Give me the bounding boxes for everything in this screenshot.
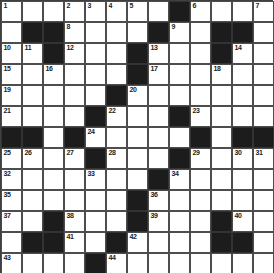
white-cell-r3c9[interactable] [190,64,211,85]
white-cell-r5c12[interactable] [253,106,274,127]
black-cell-r2c6 [127,43,148,64]
white-cell-r8c2[interactable] [43,169,64,190]
white-cell-r11c3[interactable]: 41 [64,232,85,253]
white-cell-r8c0[interactable]: 32 [1,169,22,190]
white-cell-r2c9[interactable] [190,43,211,64]
white-cell-r7c10[interactable] [211,148,232,169]
clue-number: 12 [67,44,74,52]
white-cell-r2c7[interactable]: 13 [148,43,169,64]
white-cell-r7c12[interactable]: 31 [253,148,274,169]
white-cell-r1c0[interactable] [1,22,22,43]
white-cell-r9c8[interactable] [169,190,190,211]
white-cell-r12c9[interactable] [190,253,211,273]
white-cell-r5c1[interactable] [22,106,43,127]
white-cell-r6c4[interactable]: 24 [85,127,106,148]
clue-number: 18 [214,65,221,73]
white-cell-r2c8[interactable] [169,43,190,64]
white-cell-r10c12[interactable] [253,211,274,232]
white-cell-r10c7[interactable]: 39 [148,211,169,232]
white-cell-r10c9[interactable] [190,211,211,232]
black-cell-r7c4 [85,148,106,169]
black-cell-r6c3 [64,127,85,148]
clue-number: 37 [4,212,11,220]
black-cell-r10c10 [211,211,232,232]
white-cell-r9c2[interactable] [43,190,64,211]
black-cell-r5c4 [85,106,106,127]
clue-number: 7 [256,2,260,10]
white-cell-r0c5[interactable]: 4 [106,1,127,22]
white-cell-r12c6[interactable] [127,253,148,273]
white-cell-r11c12[interactable] [253,232,274,253]
white-cell-r7c9[interactable]: 29 [190,148,211,169]
clue-number: 38 [67,212,74,220]
white-cell-r4c3[interactable] [64,85,85,106]
black-cell-r6c9 [190,127,211,148]
white-cell-r3c3[interactable] [64,64,85,85]
clue-number: 22 [109,107,116,115]
white-cell-r8c12[interactable] [253,169,274,190]
clue-number: 2 [67,2,71,10]
black-cell-r9c6 [127,190,148,211]
white-cell-r3c5[interactable] [106,64,127,85]
white-cell-r12c3[interactable] [64,253,85,273]
white-cell-r2c3[interactable]: 12 [64,43,85,64]
black-cell-r0c8 [169,1,190,22]
clue-number: 28 [109,149,116,157]
white-cell-r7c1[interactable]: 26 [22,148,43,169]
clue-number: 40 [235,212,242,220]
clue-number: 35 [4,191,11,199]
clue-number: 44 [109,254,116,262]
white-cell-r4c0[interactable]: 19 [1,85,22,106]
white-cell-r4c6[interactable]: 20 [127,85,148,106]
clue-number: 42 [130,233,137,241]
white-cell-r0c9[interactable]: 6 [190,1,211,22]
white-cell-r9c7[interactable]: 36 [148,190,169,211]
white-cell-r9c9[interactable] [190,190,211,211]
white-cell-r6c7[interactable] [148,127,169,148]
white-cell-r0c3[interactable]: 2 [64,1,85,22]
clue-number: 24 [88,128,95,136]
crossword-grid: 1234567891011121314151617181920212223242… [0,0,273,273]
white-cell-r0c12[interactable]: 7 [253,1,274,22]
white-cell-r0c1[interactable] [22,1,43,22]
white-cell-r8c11[interactable] [232,169,253,190]
black-cell-r11c2 [43,232,64,253]
white-cell-r4c11[interactable] [232,85,253,106]
white-cell-r12c8[interactable] [169,253,190,273]
white-cell-r8c5[interactable] [106,169,127,190]
white-cell-r9c10[interactable] [211,190,232,211]
black-cell-r1c2 [43,22,64,43]
white-cell-r8c9[interactable] [190,169,211,190]
white-cell-r3c8[interactable] [169,64,190,85]
white-cell-r8c8[interactable]: 34 [169,169,190,190]
white-cell-r3c0[interactable]: 15 [1,64,22,85]
white-cell-r9c3[interactable] [64,190,85,211]
clue-number: 36 [151,191,158,199]
white-cell-r2c1[interactable]: 11 [22,43,43,64]
clue-number: 43 [4,254,11,262]
white-cell-r3c1[interactable] [22,64,43,85]
black-cell-r12c4 [85,253,106,273]
white-cell-r0c0[interactable]: 1 [1,1,22,22]
white-cell-r12c10[interactable] [211,253,232,273]
clue-number: 21 [4,107,11,115]
clue-number: 26 [25,149,32,157]
white-cell-r5c5[interactable]: 22 [106,106,127,127]
white-cell-r2c0[interactable]: 10 [1,43,22,64]
clue-number: 27 [67,149,74,157]
white-cell-r0c10[interactable] [211,1,232,22]
clue-number: 8 [67,23,71,31]
white-cell-r10c0[interactable]: 37 [1,211,22,232]
white-cell-r9c12[interactable] [253,190,274,211]
white-cell-r0c2[interactable] [43,1,64,22]
white-cell-r10c11[interactable]: 40 [232,211,253,232]
white-cell-r8c3[interactable] [64,169,85,190]
white-cell-r11c4[interactable] [85,232,106,253]
white-cell-r0c7[interactable] [148,1,169,22]
white-cell-r9c5[interactable] [106,190,127,211]
white-cell-r3c7[interactable]: 17 [148,64,169,85]
clue-number: 34 [172,170,179,178]
black-cell-r11c10 [211,232,232,253]
white-cell-r0c11[interactable] [232,1,253,22]
white-cell-r2c5[interactable] [106,43,127,64]
white-cell-r8c10[interactable] [211,169,232,190]
black-cell-r3c6 [127,64,148,85]
white-cell-r12c0[interactable]: 43 [1,253,22,273]
clue-number: 23 [193,107,200,115]
white-cell-r5c10[interactable] [211,106,232,127]
clue-number: 33 [88,170,95,178]
white-cell-r11c9[interactable] [190,232,211,253]
black-cell-r1c11 [232,22,253,43]
white-cell-r9c11[interactable] [232,190,253,211]
white-cell-r1c3[interactable]: 8 [64,22,85,43]
clue-number: 11 [25,44,32,52]
black-cell-r6c11 [232,127,253,148]
white-cell-r10c1[interactable] [22,211,43,232]
clue-number: 41 [67,233,74,241]
white-cell-r9c0[interactable]: 35 [1,190,22,211]
white-cell-r12c1[interactable] [22,253,43,273]
black-cell-r1c1 [22,22,43,43]
clue-number: 29 [193,149,200,157]
white-cell-r5c2[interactable] [43,106,64,127]
white-cell-r11c6[interactable]: 42 [127,232,148,253]
white-cell-r8c4[interactable]: 33 [85,169,106,190]
black-cell-r5c8 [169,106,190,127]
white-cell-r10c5[interactable] [106,211,127,232]
white-cell-r7c5[interactable]: 28 [106,148,127,169]
white-cell-r4c4[interactable] [85,85,106,106]
black-cell-r11c1 [22,232,43,253]
clue-number: 19 [4,86,11,94]
white-cell-r4c9[interactable] [190,85,211,106]
white-cell-r3c10[interactable]: 18 [211,64,232,85]
white-cell-r4c10[interactable] [211,85,232,106]
white-cell-r6c5[interactable] [106,127,127,148]
white-cell-r7c11[interactable]: 30 [232,148,253,169]
white-cell-r12c5[interactable]: 44 [106,253,127,273]
white-cell-r12c7[interactable] [148,253,169,273]
white-cell-r3c11[interactable] [232,64,253,85]
white-cell-r12c12[interactable] [253,253,274,273]
clue-number: 3 [88,2,92,10]
white-cell-r6c2[interactable] [43,127,64,148]
black-cell-r10c6 [127,211,148,232]
black-cell-r8c7 [148,169,169,190]
white-cell-r11c8[interactable] [169,232,190,253]
black-cell-r10c2 [43,211,64,232]
white-cell-r7c2[interactable] [43,148,64,169]
white-cell-r5c7[interactable] [148,106,169,127]
black-cell-r7c8 [169,148,190,169]
clue-number: 15 [4,65,11,73]
white-cell-r10c8[interactable] [169,211,190,232]
white-cell-r7c6[interactable] [127,148,148,169]
black-cell-r2c2 [43,43,64,64]
white-cell-r11c7[interactable] [148,232,169,253]
clue-number: 4 [109,2,113,10]
white-cell-r2c4[interactable] [85,43,106,64]
clue-number: 16 [46,65,53,73]
white-cell-r1c9[interactable] [190,22,211,43]
clue-number: 31 [256,149,263,157]
black-cell-r11c11 [232,232,253,253]
clue-number: 10 [4,44,11,52]
clue-number: 25 [4,149,11,157]
clue-number: 6 [193,2,197,10]
clue-number: 1 [4,2,8,10]
white-cell-r8c6[interactable] [127,169,148,190]
black-cell-r11c5 [106,232,127,253]
black-cell-r4c5 [106,85,127,106]
white-cell-r6c10[interactable] [211,127,232,148]
white-cell-r8c1[interactable] [22,169,43,190]
white-cell-r10c3[interactable]: 38 [64,211,85,232]
clue-number: 14 [235,44,242,52]
white-cell-r12c2[interactable] [43,253,64,273]
clue-number: 13 [151,44,158,52]
white-cell-r3c12[interactable] [253,64,274,85]
white-cell-r7c7[interactable] [148,148,169,169]
white-cell-r4c2[interactable] [43,85,64,106]
white-cell-r4c8[interactable] [169,85,190,106]
white-cell-r9c1[interactable] [22,190,43,211]
white-cell-r10c4[interactable] [85,211,106,232]
black-cell-r1c7 [148,22,169,43]
clue-number: 5 [130,2,134,10]
white-cell-r6c6[interactable] [127,127,148,148]
clue-number: 30 [235,149,242,157]
white-cell-r5c11[interactable] [232,106,253,127]
white-cell-r3c2[interactable]: 16 [43,64,64,85]
white-cell-r4c1[interactable] [22,85,43,106]
white-cell-r1c5[interactable] [106,22,127,43]
white-cell-r1c8[interactable]: 9 [169,22,190,43]
black-cell-r6c0 [1,127,22,148]
black-cell-r6c1 [22,127,43,148]
clue-number: 32 [4,170,11,178]
black-cell-r1c10 [211,22,232,43]
black-cell-r6c12 [253,127,274,148]
white-cell-r5c6[interactable] [127,106,148,127]
white-cell-r4c7[interactable] [148,85,169,106]
black-cell-r2c10 [211,43,232,64]
white-cell-r1c12[interactable] [253,22,274,43]
clue-number: 17 [151,65,158,73]
white-cell-r4c12[interactable] [253,85,274,106]
white-cell-r6c8[interactable] [169,127,190,148]
white-cell-r12c11[interactable] [232,253,253,273]
white-cell-r2c11[interactable]: 14 [232,43,253,64]
white-cell-r5c3[interactable] [64,106,85,127]
crossword-puzzle: 1234567891011121314151617181920212223242… [0,0,273,273]
white-cell-r3c4[interactable] [85,64,106,85]
white-cell-r0c4[interactable]: 3 [85,1,106,22]
white-cell-r7c3[interactable]: 27 [64,148,85,169]
white-cell-r11c0[interactable] [1,232,22,253]
white-cell-r5c9[interactable]: 23 [190,106,211,127]
white-cell-r9c4[interactable] [85,190,106,211]
clue-number: 9 [172,23,176,31]
white-cell-r1c6[interactable] [127,22,148,43]
white-cell-r2c12[interactable] [253,43,274,64]
white-cell-r7c0[interactable]: 25 [1,148,22,169]
clue-number: 20 [130,86,137,94]
white-cell-r5c0[interactable]: 21 [1,106,22,127]
white-cell-r0c6[interactable]: 5 [127,1,148,22]
white-cell-r1c4[interactable] [85,22,106,43]
clue-number: 39 [151,212,158,220]
